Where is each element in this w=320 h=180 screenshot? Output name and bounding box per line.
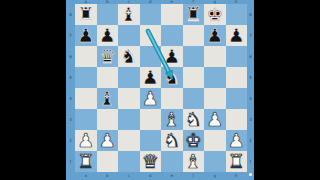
coord-rank-1-right: 1 [249,160,252,164]
square-h4[interactable] [226,88,248,109]
square-d7[interactable] [140,25,162,46]
coord-file-f-top: f [193,0,194,4]
square-h6[interactable] [226,46,248,67]
piece-black-rook-a8[interactable]: ♜ [75,4,97,25]
square-h5[interactable] [226,67,248,88]
coord-rank-5-left: 5 [69,76,72,80]
square-f3[interactable]: ♞ [183,109,205,130]
board-grid: ♜♝♜♚♟♟♟♟♛♞♟♟♞♝♟♝♞♟♟♟♞♚♟♜♛♝♜ [75,4,247,172]
square-g2[interactable] [204,130,226,151]
square-d8[interactable] [140,4,162,25]
piece-black-pawn-h7[interactable]: ♟ [226,25,248,46]
coord-file-g-bottom: g [213,174,216,178]
coord-rank-3-right: 3 [249,118,252,122]
square-f4[interactable] [183,88,205,109]
square-g6[interactable] [204,46,226,67]
square-h2[interactable]: ♟ [226,130,248,151]
square-b5[interactable] [97,67,119,88]
piece-white-queen-d1[interactable]: ♛ [140,151,162,172]
coord-rank-2-right: 2 [249,139,252,143]
square-b6[interactable]: ♛ [97,46,119,67]
piece-black-bishop-b4[interactable]: ♝ [97,88,119,109]
square-h1[interactable]: ♜ [226,151,248,172]
square-f1[interactable]: ♝ [183,151,205,172]
square-e1[interactable] [161,151,183,172]
coord-file-h-bottom: h [235,174,238,178]
coord-file-a-bottom: a [85,174,87,178]
coord-file-d-bottom: d [149,174,152,178]
coord-file-c-top: c [128,0,130,4]
square-f5[interactable] [183,67,205,88]
square-f2[interactable]: ♚ [183,130,205,151]
square-h7[interactable]: ♟ [226,25,248,46]
piece-white-pawn-d4[interactable]: ♟ [140,88,162,109]
piece-black-rook-f8[interactable]: ♜ [183,4,205,25]
coord-rank-6-right: 6 [249,55,252,59]
coord-file-b-bottom: b [106,174,109,178]
square-e6[interactable]: ♟ [161,46,183,67]
square-a3[interactable] [75,109,97,130]
square-e7[interactable] [161,25,183,46]
coord-file-e-bottom: e [171,174,173,178]
square-c5[interactable] [118,67,140,88]
square-e4[interactable] [161,88,183,109]
square-b2[interactable]: ♟ [97,130,119,151]
square-c3[interactable] [118,109,140,130]
piece-white-knight-f3[interactable]: ♞ [183,109,205,130]
square-c2[interactable] [118,130,140,151]
coord-file-g-top: g [213,0,216,4]
piece-white-pawn-g3[interactable]: ♟ [204,109,226,130]
square-d3[interactable] [140,109,162,130]
square-c6[interactable]: ♞ [118,46,140,67]
square-c1[interactable] [118,151,140,172]
chess-board-screenshot: ♜♝♜♚♟♟♟♟♛♞♟♟♞♝♟♝♞♟♟♟♞♚♟♜♛♝♜ aabbccddeeff… [0,0,320,180]
piece-white-knight-e2[interactable]: ♞ [161,130,183,151]
square-b7[interactable]: ♟ [97,25,119,46]
coord-file-a-top: a [85,0,87,4]
square-e8[interactable] [161,4,183,25]
square-a2[interactable]: ♟ [75,130,97,151]
coord-file-h-top: h [235,0,238,4]
square-g5[interactable] [204,67,226,88]
square-c8[interactable]: ♝ [118,4,140,25]
square-g1[interactable] [204,151,226,172]
square-f6[interactable] [183,46,205,67]
piece-black-queen-b6[interactable]: ♛ [97,46,119,67]
piece-white-bishop-f1[interactable]: ♝ [183,151,205,172]
square-g7[interactable]: ♟ [204,25,226,46]
square-d6[interactable] [140,46,162,67]
square-a6[interactable] [75,46,97,67]
piece-black-pawn-e6[interactable]: ♟ [161,46,183,67]
square-c7[interactable] [118,25,140,46]
square-h3[interactable] [226,109,248,130]
square-a5[interactable] [75,67,97,88]
coord-rank-1-left: 1 [69,160,72,164]
piece-white-king-f2[interactable]: ♚ [183,130,205,151]
piece-black-pawn-g7[interactable]: ♟ [204,25,226,46]
piece-white-pawn-h2[interactable]: ♟ [226,130,248,151]
piece-black-pawn-d5[interactable]: ♟ [140,67,162,88]
square-a1[interactable]: ♜ [75,151,97,172]
coord-rank-4-right: 4 [249,97,252,101]
coord-rank-8-right: 8 [249,13,252,17]
coord-file-c-bottom: c [128,174,130,178]
piece-black-knight-e5[interactable]: ♞ [161,67,183,88]
square-g3[interactable]: ♟ [204,109,226,130]
piece-black-knight-c6[interactable]: ♞ [118,46,140,67]
piece-white-rook-a1[interactable]: ♜ [75,151,97,172]
piece-black-king-g8[interactable]: ♚ [204,4,226,25]
coord-rank-7-left: 7 [69,34,72,38]
coord-file-f-bottom: f [193,174,194,178]
piece-white-pawn-a2[interactable]: ♟ [75,130,97,151]
square-d2[interactable] [140,130,162,151]
square-e2[interactable]: ♞ [161,130,183,151]
board-frame: ♜♝♜♚♟♟♟♟♛♞♟♟♞♝♟♝♞♟♟♟♞♚♟♜♛♝♜ aabbccddeeff… [66,0,254,180]
square-a7[interactable]: ♟ [75,25,97,46]
square-b4[interactable]: ♝ [97,88,119,109]
coord-rank-7-right: 7 [249,34,252,38]
square-g8[interactable]: ♚ [204,4,226,25]
square-f8[interactable]: ♜ [183,4,205,25]
piece-black-pawn-a7[interactable]: ♟ [75,25,97,46]
square-d5[interactable]: ♟ [140,67,162,88]
square-e3[interactable]: ♝ [161,109,183,130]
coord-rank-3-left: 3 [69,118,72,122]
square-g4[interactable] [204,88,226,109]
square-f7[interactable] [183,25,205,46]
square-c4[interactable] [118,88,140,109]
corner-marker [249,173,252,176]
square-a4[interactable] [75,88,97,109]
piece-white-pawn-b2[interactable]: ♟ [97,130,119,151]
coord-rank-6-left: 6 [69,55,72,59]
square-d4[interactable]: ♟ [140,88,162,109]
coord-rank-8-left: 8 [69,13,72,17]
square-h8[interactable] [226,4,248,25]
piece-black-bishop-c8[interactable]: ♝ [118,4,140,25]
piece-black-pawn-b7[interactable]: ♟ [97,25,119,46]
piece-white-bishop-e3[interactable]: ♝ [161,109,183,130]
coord-rank-2-left: 2 [69,139,72,143]
coord-file-e-top: e [171,0,173,4]
coord-file-d-top: d [149,0,152,4]
coord-rank-5-right: 5 [249,76,252,80]
coord-rank-4-left: 4 [69,97,72,101]
square-b1[interactable] [97,151,119,172]
square-a8[interactable]: ♜ [75,4,97,25]
square-b3[interactable] [97,109,119,130]
square-e5[interactable]: ♞ [161,67,183,88]
coord-file-b-top: b [106,0,109,4]
square-b8[interactable] [97,4,119,25]
square-d1[interactable]: ♛ [140,151,162,172]
piece-white-rook-h1[interactable]: ♜ [226,151,248,172]
